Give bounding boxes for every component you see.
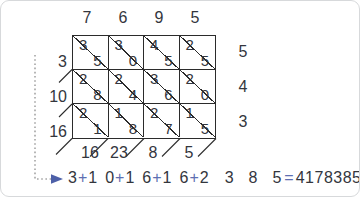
top-digit: 7 xyxy=(69,9,105,27)
lattice-cell-r2c1: 28 xyxy=(73,70,109,104)
units-digit: 8 xyxy=(93,86,101,103)
sum-digit: 3 xyxy=(68,169,77,187)
lattice-cell-r3c4: 15 xyxy=(180,104,216,138)
units-digit: 5 xyxy=(201,120,209,137)
sum-digit: 6 xyxy=(142,169,151,187)
equals-sign: = xyxy=(284,169,293,187)
lattice-multiplication-diagram: 7 6 9 5 5 4 3 35 30 45 25 28 24 36 20 21… xyxy=(0,0,360,197)
equation-term-2: 0+1 xyxy=(105,169,134,187)
plus-sign: + xyxy=(114,169,125,187)
equation-term-6: 8 xyxy=(249,169,258,187)
tens-digit: 3 xyxy=(150,70,158,87)
units-digit: 5 xyxy=(201,52,209,69)
top-digit: 9 xyxy=(141,9,177,27)
diagonal-sum-left-1: 3 xyxy=(31,53,67,71)
lattice-cell-r2c4: 20 xyxy=(180,70,216,104)
lattice-cell-r2c2: 24 xyxy=(109,70,145,104)
units-digit: 1 xyxy=(93,120,101,137)
carry-digit: 1 xyxy=(88,169,97,187)
units-digit: 5 xyxy=(164,52,172,69)
sum-digit: 6 xyxy=(179,169,188,187)
arrowhead-icon xyxy=(51,174,63,184)
lattice-grid: 35 30 45 25 28 24 36 20 21 18 27 15 xyxy=(72,35,216,139)
multiplicand-digits: 7 6 9 5 xyxy=(69,9,213,27)
carry-digit: 1 xyxy=(163,169,172,187)
diagonal-sum-bottom-4: 5 xyxy=(177,144,201,162)
multiplier-digits: 5 4 3 xyxy=(233,35,253,139)
lattice-cell-r1c3: 45 xyxy=(144,36,180,70)
lattice-cell-r1c4: 25 xyxy=(180,36,216,70)
carry-equation: 3+1 0+1 6+1 6+2 3 8 5 = 4178385 xyxy=(68,169,360,187)
tens-digit: 4 xyxy=(150,36,158,53)
lattice-cell-r3c1: 21 xyxy=(73,104,109,138)
carry-digit: 1 xyxy=(125,169,134,187)
units-digit: 6 xyxy=(164,86,172,103)
equation-term-7: 5 xyxy=(272,169,281,187)
sum-digit: 0 xyxy=(105,169,114,187)
plus-sign: + xyxy=(151,169,162,187)
right-digit: 3 xyxy=(233,104,253,139)
diagonal-sum-left-2: 10 xyxy=(31,88,67,106)
tens-digit: 3 xyxy=(115,36,123,53)
lattice-cell-r1c1: 35 xyxy=(73,36,109,70)
right-digit: 4 xyxy=(233,70,253,105)
diagonal-sum-bottom-3: 8 xyxy=(141,144,165,162)
tens-digit: 2 xyxy=(79,104,87,121)
tens-digit: 2 xyxy=(186,70,194,87)
lattice-cell-r1c2: 30 xyxy=(109,36,145,70)
plus-sign: + xyxy=(188,169,199,187)
tens-digit: 2 xyxy=(150,104,158,121)
equation-term-3: 6+1 xyxy=(142,169,171,187)
diagonal-sum-bottom-1: 16 xyxy=(78,144,102,162)
carry-digit: 2 xyxy=(200,169,209,187)
top-digit: 5 xyxy=(177,9,213,27)
top-digit: 6 xyxy=(105,9,141,27)
product-result: 4178385 xyxy=(296,169,360,187)
lattice-cell-r2c3: 36 xyxy=(144,70,180,104)
equation-term-1: 3+1 xyxy=(68,169,97,187)
units-digit: 8 xyxy=(129,120,137,137)
plus-sign: + xyxy=(77,169,88,187)
units-digit: 7 xyxy=(164,120,172,137)
tens-digit: 3 xyxy=(79,36,87,53)
tens-digit: 1 xyxy=(115,104,123,121)
equation-term-4: 6+2 xyxy=(179,169,208,187)
reading-order-arrow xyxy=(35,55,63,184)
tens-digit: 2 xyxy=(186,36,194,53)
right-digit: 5 xyxy=(233,35,253,70)
tens-digit: 1 xyxy=(186,104,194,121)
tens-digit: 2 xyxy=(115,70,123,87)
units-digit: 5 xyxy=(93,52,101,69)
diagonal-sum-bottom-2: 23 xyxy=(107,144,131,162)
diagonal-sum-left-3: 16 xyxy=(31,123,67,141)
equation-term-5: 3 xyxy=(225,169,234,187)
units-digit: 4 xyxy=(129,86,137,103)
lattice-cell-r3c2: 18 xyxy=(109,104,145,138)
tens-digit: 2 xyxy=(79,70,87,87)
units-digit: 0 xyxy=(201,86,209,103)
lattice-cell-r3c3: 27 xyxy=(144,104,180,138)
units-digit: 0 xyxy=(129,52,137,69)
